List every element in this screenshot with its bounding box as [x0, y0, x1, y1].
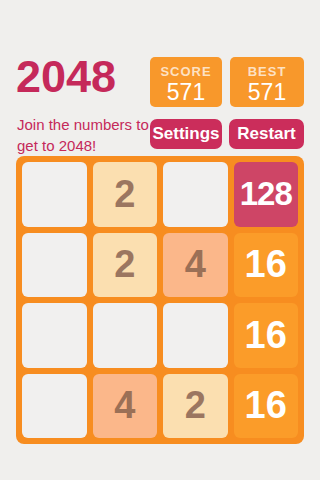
board-cell	[22, 162, 87, 227]
best-value: 571	[248, 79, 286, 106]
board-cell	[22, 374, 87, 439]
app-screen: 2048 SCORE 571 BEST 571 Join the numbers…	[0, 0, 320, 480]
settings-button[interactable]: Settings	[150, 119, 222, 149]
board-cell	[93, 303, 158, 368]
board-cell: 16	[234, 374, 299, 439]
best-label: BEST	[248, 64, 287, 79]
page-title: 2048	[16, 54, 116, 100]
restart-button[interactable]: Restart	[229, 119, 304, 149]
board-cell: 2	[163, 374, 228, 439]
board-cell: 4	[93, 374, 158, 439]
board-cell	[163, 303, 228, 368]
board-cell: 4	[163, 233, 228, 298]
score-box: SCORE 571	[150, 57, 222, 107]
best-box: BEST 571	[230, 57, 304, 107]
score-label: SCORE	[160, 64, 211, 79]
tagline: Join the numbers to get to 2048!	[17, 114, 165, 156]
board-cell: 16	[234, 303, 299, 368]
board-cell	[22, 233, 87, 298]
board-cell	[22, 303, 87, 368]
board-cell: 2	[93, 233, 158, 298]
game-board[interactable]: 2 128 2 4 16 16 4 2 16	[16, 156, 304, 444]
score-value: 571	[167, 79, 205, 106]
board-cell: 128	[234, 162, 299, 227]
board-cell	[163, 162, 228, 227]
board-cell: 2	[93, 162, 158, 227]
board-cell: 16	[234, 233, 299, 298]
